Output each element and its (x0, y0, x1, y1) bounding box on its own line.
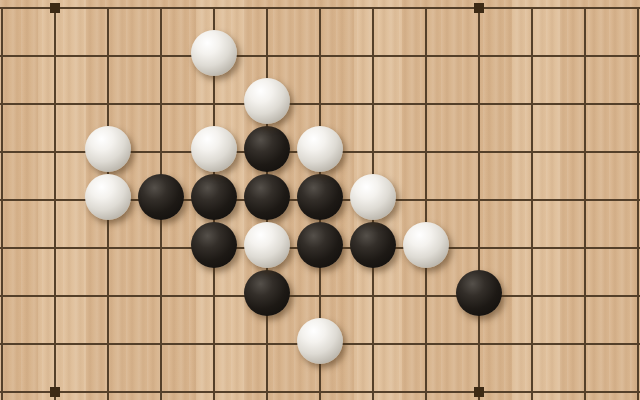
black-stone (297, 174, 343, 220)
grid-vertical-line (637, 7, 639, 400)
grid-vertical-line (425, 7, 427, 400)
white-stone (350, 174, 396, 220)
black-stone (244, 174, 290, 220)
white-stone (244, 78, 290, 124)
star-point-marker (50, 3, 60, 13)
grid-horizontal-line (0, 391, 640, 393)
gomoku-board[interactable] (0, 0, 640, 400)
star-point-marker (474, 387, 484, 397)
white-stone (297, 126, 343, 172)
black-stone (297, 222, 343, 268)
white-stone (85, 126, 131, 172)
star-point-marker (50, 387, 60, 397)
grid-horizontal-line (0, 295, 640, 297)
grid-vertical-line (1, 7, 3, 400)
grid-vertical-line (584, 7, 586, 400)
black-stone (350, 222, 396, 268)
black-stone (456, 270, 502, 316)
white-stone (297, 318, 343, 364)
white-stone (191, 126, 237, 172)
grid-vertical-line (54, 7, 56, 400)
white-stone (85, 174, 131, 220)
black-stone (191, 174, 237, 220)
grid-horizontal-line (0, 103, 640, 105)
grid-horizontal-line (0, 7, 640, 9)
grid-vertical-line (531, 7, 533, 400)
white-stone (244, 222, 290, 268)
grid-horizontal-line (0, 55, 640, 57)
white-stone (191, 30, 237, 76)
black-stone (191, 222, 237, 268)
black-stone (138, 174, 184, 220)
white-stone (403, 222, 449, 268)
black-stone (244, 270, 290, 316)
grid-vertical-line (478, 7, 480, 400)
black-stone (244, 126, 290, 172)
star-point-marker (474, 3, 484, 13)
